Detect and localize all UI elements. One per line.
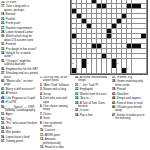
grid-cell[interactable]: 35: [77, 34, 81, 38]
clue-text: FLU294: [6, 100, 16, 104]
across-clues-column: 15. Or even17. Take a king with a queen,…: [1, 1, 38, 149]
grid-cell[interactable]: [112, 49, 116, 53]
grid-cell[interactable]: [112, 4, 116, 8]
cell-number: 24: [72, 13, 74, 15]
grid-cell[interactable]: [97, 34, 101, 38]
grid-cell[interactable]: 13: [136, 0, 140, 3]
clue-text: "Fix" what wasn't broken: [6, 121, 37, 125]
cell-number: 37: [72, 38, 74, 40]
clue-text: Like Pegasus or Cupid: [6, 96, 35, 100]
grid-cell[interactable]: [117, 49, 121, 53]
clue-item: 47. Songs to wake you in the morning: [112, 114, 149, 121]
grid-cell[interactable]: 2: [77, 0, 81, 3]
clue-text: Employed: [80, 87, 93, 91]
grid-cell[interactable]: [117, 39, 121, 43]
cell-number: 30: [72, 23, 74, 25]
clue-item: 20. At some international shops: [75, 76, 109, 83]
grid-cell[interactable]: 4: [87, 0, 91, 3]
cell-number: 46: [132, 48, 134, 50]
clue-text: Suite: [43, 116, 50, 120]
grid-cell[interactable]: [77, 39, 81, 43]
grid-cell[interactable]: [117, 34, 121, 38]
grid-cell[interactable]: [102, 59, 106, 63]
grid-cell[interactable]: [127, 54, 131, 58]
clue-text: One choice among many: [43, 104, 67, 111]
grid-cell[interactable]: 54: [87, 63, 91, 67]
grid-cell[interactable]: 5: [97, 0, 101, 3]
grid-cell[interactable]: [112, 19, 116, 23]
grid-cell[interactable]: [141, 19, 145, 23]
clue-text: Head of a tribe: [45, 145, 64, 149]
cell-number: 22: [132, 8, 134, 10]
grid-cell[interactable]: [136, 24, 140, 28]
grid-cell[interactable]: [87, 29, 91, 33]
grid-cell[interactable]: 36: [112, 34, 116, 38]
cell-number: 44: [97, 48, 99, 50]
grid-cell[interactable]: [102, 68, 106, 72]
clue-text: Alter: [6, 126, 12, 130]
cell-number: 35: [77, 33, 79, 35]
grid-cell[interactable]: 9: [117, 0, 121, 3]
cell-number: 27: [72, 18, 74, 20]
clue-text: Pieced: [117, 87, 126, 91]
cell-number: 39: [142, 38, 144, 40]
clue-text: Earned: [6, 12, 15, 16]
grid-cell[interactable]: [97, 14, 101, 18]
grid-cell[interactable]: [97, 54, 101, 58]
grid-cell[interactable]: [87, 39, 91, 43]
grid-cell[interactable]: [82, 24, 86, 28]
cell-number: 45: [127, 48, 129, 50]
grid-cell[interactable]: 22: [132, 9, 136, 13]
clue-text: Dish who eats with vigor: [43, 96, 67, 103]
clue-text: Frosted: [6, 42, 16, 46]
grid-cell[interactable]: [112, 44, 116, 48]
grid-cell[interactable]: [122, 39, 126, 43]
grid-cell[interactable]: [127, 24, 131, 28]
grid-cell[interactable]: [92, 54, 96, 58]
clue-text: Concert: [45, 128, 55, 132]
grid-cell[interactable]: [112, 9, 116, 13]
grid-cell[interactable]: [132, 14, 136, 18]
grid-cell[interactable]: [77, 54, 81, 58]
clue-text: Snaps and zippers: [117, 96, 141, 100]
grid-cell[interactable]: [132, 29, 136, 33]
cell-number: 33: [72, 28, 74, 30]
clue-item: 12. Amazon, prehistorically: [40, 138, 71, 145]
clue-item: 9. One incidental remark: [40, 122, 71, 129]
grid-cell[interactable]: [97, 63, 101, 67]
cell-number: 41: [102, 43, 104, 45]
grid-cell[interactable]: 45: [127, 49, 131, 53]
clue-text: In tune: [80, 108, 89, 112]
cell-number: 25: [82, 13, 84, 15]
grid-cell[interactable]: [82, 49, 86, 53]
grid-cell[interactable]: [102, 29, 106, 33]
grid-cell[interactable]: [92, 29, 96, 33]
grid-cell[interactable]: [82, 44, 86, 48]
grid-cell[interactable]: 6: [102, 0, 106, 3]
grid-cell[interactable]: [132, 24, 136, 28]
cell-number: 40: [72, 43, 74, 45]
grid-cell[interactable]: 53: [72, 63, 76, 67]
grid-cell[interactable]: [122, 34, 126, 38]
black-cell: [82, 63, 86, 67]
cell-number: 57: [127, 68, 129, 70]
grid-cell[interactable]: 16: [92, 4, 96, 8]
grid-cell[interactable]: 25: [82, 14, 86, 18]
clue-text: Amazon, prehistorically: [43, 137, 61, 144]
grid-cell[interactable]: [97, 68, 101, 72]
clue-text: Fresh push: [6, 21, 20, 25]
grid-cell[interactable]: [82, 34, 86, 38]
grid-cell[interactable]: 44: [97, 49, 101, 53]
grid-cell[interactable]: [117, 4, 121, 8]
grid-cell[interactable]: [102, 49, 106, 53]
clue-text: Tory: [6, 117, 11, 121]
grid-cell[interactable]: [92, 63, 96, 67]
grid-cell[interactable]: 19: [97, 9, 101, 13]
cell-number: 36: [112, 33, 114, 35]
grid-cell[interactable]: [82, 54, 86, 58]
grid-cell[interactable]: [102, 14, 106, 18]
grid-cell[interactable]: [82, 29, 86, 33]
grid-cell[interactable]: 26: [127, 14, 131, 18]
grid-cell[interactable]: [141, 63, 145, 67]
grid-cell[interactable]: [136, 34, 140, 38]
grid-cell[interactable]: 38: [107, 39, 111, 43]
grid-cell[interactable]: [141, 44, 145, 48]
down-clues-column-1: 1. Lack an exit, as an airport kiosk2. "…: [40, 76, 71, 149]
grid-cell[interactable]: 12: [132, 0, 136, 3]
grid-cell[interactable]: [87, 44, 91, 48]
grid-cell[interactable]: [107, 68, 111, 72]
grid-cell[interactable]: 47: [136, 49, 140, 53]
grid-cell[interactable]: [136, 39, 140, 43]
grid-cell[interactable]: [132, 63, 136, 67]
clue-item: 6. One choice among many: [40, 105, 71, 112]
grid-cell[interactable]: [107, 44, 111, 48]
grid-cell[interactable]: 32: [117, 24, 121, 28]
grid-cell[interactable]: 57: [127, 68, 131, 72]
grid-cell[interactable]: [77, 24, 81, 28]
grid-cell[interactable]: [132, 34, 136, 38]
crossword-grid[interactable]: 1234567891011121314151617181920212223242…: [70, 0, 148, 75]
clue-text: Marry a drill instructor?: [6, 87, 35, 91]
cell-number: 15: [72, 3, 74, 5]
grid-cell[interactable]: [141, 4, 145, 8]
grid-cell[interactable]: [141, 49, 145, 53]
clue-text: "...her" had 79: [80, 83, 98, 87]
grid-cell[interactable]: [141, 24, 145, 28]
clue-text: Vehicle for a rowed sailor?: [4, 51, 30, 58]
cell-number: 28: [87, 18, 89, 20]
grid-cell[interactable]: [77, 19, 81, 23]
grid-cell[interactable]: [122, 44, 126, 48]
grid-cell[interactable]: [92, 34, 96, 38]
cell-number: 34: [112, 28, 114, 30]
black-cell: [112, 63, 116, 67]
grid-cell[interactable]: [87, 4, 91, 8]
grid-cell[interactable]: [141, 29, 145, 33]
grid-cell[interactable]: 10: [122, 0, 126, 3]
grid-cell[interactable]: [132, 39, 136, 43]
grid-cell[interactable]: [117, 68, 121, 72]
cell-number: 20: [102, 8, 104, 10]
clue-text: Chore: [43, 112, 51, 116]
grid-cell[interactable]: [92, 9, 96, 13]
clue-text: "After Took" follower: [43, 83, 69, 87]
grid-cell[interactable]: [102, 34, 106, 38]
grid-cell[interactable]: [136, 19, 140, 23]
clue-text: War garden: [6, 130, 21, 134]
clue-item: 30. Worth which may be about 2/3 autumn …: [1, 35, 38, 42]
clue-text: Songs to wake you in the morning: [115, 113, 144, 120]
grid-cell[interactable]: [77, 49, 81, 53]
clue-item: 37. Shocking end to a period piece: [1, 72, 38, 79]
grid-cell[interactable]: 41: [102, 44, 106, 48]
cell-number: 48: [72, 53, 74, 55]
black-cell: [112, 59, 116, 63]
clue-item: 5. Dish who eats with vigor: [40, 97, 71, 104]
cell-number: 32: [117, 23, 119, 25]
grid-cell[interactable]: [141, 59, 145, 63]
grid-cell[interactable]: [122, 29, 126, 33]
grid-cell[interactable]: [117, 14, 121, 18]
grid-cell[interactable]: [112, 14, 116, 18]
grid-cell[interactable]: [97, 19, 101, 23]
grid-cell[interactable]: [87, 68, 91, 72]
grid-cell[interactable]: [141, 54, 145, 58]
grid-cell[interactable]: [107, 59, 111, 63]
cell-number: 17: [107, 3, 109, 5]
clue-item: 40. "Movie-ville," on next page: [1, 80, 38, 87]
clue-text: Game involving only three cards: [115, 79, 143, 86]
grid-cell[interactable]: [82, 68, 86, 72]
down-clues-column-2: 20. At some international shops21. "...h…: [75, 76, 109, 149]
clue-text: A Tale of Two Cities heroine: [78, 101, 105, 108]
clue-text: Lower forward Lamar: [6, 30, 33, 34]
clue-item: 34. Pay a fine: [75, 114, 109, 117]
grid-cell[interactable]: [97, 39, 101, 43]
clue-text: It'll take your breath away: [115, 105, 142, 112]
grid-cell[interactable]: [117, 44, 121, 48]
grid-cell[interactable]: [136, 14, 140, 18]
black-cell: [82, 59, 86, 63]
grid-cell[interactable]: 23: [136, 9, 140, 13]
cell-number: 52: [117, 58, 119, 60]
clue-text: Stopwatches for the GB?: [6, 67, 38, 71]
grid-cell[interactable]: [92, 39, 96, 43]
cell-number: 49: [107, 53, 109, 55]
cell-number: 23: [137, 8, 139, 10]
grid-cell[interactable]: [97, 29, 101, 33]
grid-cell[interactable]: [92, 59, 96, 63]
grid-cell[interactable]: 31: [92, 24, 96, 28]
grid-cell[interactable]: [122, 49, 126, 53]
grid-cell[interactable]: [112, 68, 116, 72]
grid-cell[interactable]: 39: [141, 39, 145, 43]
grid-cell[interactable]: [87, 34, 91, 38]
grid-cell[interactable]: [141, 14, 145, 18]
clue-text: One incidental remark: [43, 121, 62, 128]
clue-item: 57. Taming panel: [1, 140, 38, 143]
clue-text: Taming panel: [6, 139, 23, 143]
cell-number: 42: [72, 48, 74, 50]
grid-cell[interactable]: [127, 39, 131, 43]
clue-text: Shackles: [117, 92, 129, 96]
grid-cell[interactable]: [122, 63, 126, 67]
grid-cell[interactable]: [122, 4, 126, 8]
grid-cell[interactable]: 17: [107, 4, 111, 8]
clue-text: Al fresco: [6, 91, 17, 95]
grid-cell[interactable]: [136, 63, 140, 67]
grid-cell[interactable]: [132, 68, 136, 72]
grid-cell[interactable]: [87, 9, 91, 13]
grid-cell[interactable]: [141, 68, 145, 72]
grid-cell[interactable]: [107, 14, 111, 18]
grid-cell[interactable]: [117, 9, 121, 13]
clue-item: 35. "Octopus" might be called a bad one: [1, 60, 38, 67]
cell-number: 54: [87, 63, 89, 65]
clue-item: 38. Game involving only three cards: [112, 80, 149, 87]
clue-item: 50. "____ Space" — 1999 "Nobody" autobio…: [1, 106, 38, 113]
cell-number: 29: [122, 18, 124, 20]
cell-number: 26: [127, 13, 129, 15]
cell-number: 18: [77, 8, 79, 10]
grid-cell[interactable]: 20: [102, 9, 106, 13]
clue-text: Kind of letter or mail: [117, 101, 143, 105]
grid-cell[interactable]: [127, 29, 131, 33]
grid-cell[interactable]: 46: [132, 49, 136, 53]
black-cell: [102, 54, 106, 58]
grid-cell[interactable]: 11: [127, 0, 131, 3]
clue-text: "A is to...": [80, 96, 92, 100]
clue-text: Ages: [6, 112, 13, 116]
grid-cell[interactable]: [136, 68, 140, 72]
grid-cell[interactable]: [77, 59, 81, 63]
black-cell: [72, 68, 76, 72]
clue-text: Take a king with a queen, perhaps: [4, 4, 29, 11]
grid-cell[interactable]: [92, 14, 96, 18]
grid-cell[interactable]: [132, 59, 136, 63]
clue-item: 46. It'll take your breath away: [112, 106, 149, 113]
black-cell: [77, 14, 81, 18]
clue-text: Shocking end to a period piece: [4, 71, 38, 78]
grid-cell[interactable]: [82, 4, 86, 8]
clue-item: 17. Take a king with a queen, perhaps: [1, 5, 38, 12]
grid-cell[interactable]: [136, 54, 140, 58]
grid-cell[interactable]: [136, 59, 140, 63]
grid-cell[interactable]: [132, 54, 136, 58]
clue-text: "Octopus" might be called a bad one: [4, 59, 31, 66]
grid-cell[interactable]: [127, 59, 131, 63]
cell-number: 47: [137, 48, 139, 50]
grid-cell[interactable]: [97, 59, 101, 63]
clue-text: Pro dough in bar score?: [6, 47, 37, 51]
clue-text: Pay a fine: [80, 113, 93, 117]
grid-cell[interactable]: 49: [107, 54, 111, 58]
grid-cell[interactable]: 14: [141, 0, 145, 3]
grid-cell[interactable]: 8: [112, 0, 116, 3]
grid-cell[interactable]: [122, 9, 126, 13]
grid-cell[interactable]: [132, 19, 136, 23]
grid-cell[interactable]: [77, 44, 81, 48]
clue-text: At some international shops: [78, 76, 107, 82]
grid-cell[interactable]: 15: [72, 4, 76, 8]
grid-cell[interactable]: [107, 9, 111, 13]
grid-cell[interactable]: [112, 39, 116, 43]
clue-text: Nation with a king: [43, 87, 66, 91]
grid-cell[interactable]: [92, 68, 96, 72]
grid-cell[interactable]: 18: [77, 9, 81, 13]
down-clues-column-3: 37. In brine, e.g.38. Game involving onl…: [112, 76, 149, 149]
grid-cell[interactable]: [122, 24, 126, 28]
clue-text: Routine requirement: [6, 26, 32, 30]
grid-cell[interactable]: [107, 19, 111, 23]
grid-cell[interactable]: [141, 9, 145, 13]
grid-cell[interactable]: [87, 49, 91, 53]
cell-number: 43: [92, 48, 94, 50]
black-cell: [87, 24, 91, 28]
clue-text: ARRR point: [45, 133, 60, 137]
black-cell: [122, 68, 126, 72]
clue-text: "Movie-ville," on next page: [4, 79, 33, 86]
cell-number: 56: [77, 68, 79, 70]
cell-number: 55: [117, 63, 119, 65]
cell-number: 50: [72, 58, 74, 60]
grid-cell[interactable]: [122, 54, 126, 58]
clue-text: "____ Space" — 1999 "Nobody" autobiograp…: [4, 105, 35, 112]
grid-cell[interactable]: [107, 24, 111, 28]
grid-cell[interactable]: 29: [122, 19, 126, 23]
clue-text: Weeks from the start: [80, 92, 107, 96]
grid-cell[interactable]: [122, 59, 126, 63]
clue-item: 34. Vehicle for a rowed sailor?: [1, 52, 38, 59]
grid-cell[interactable]: [82, 39, 86, 43]
grid-cell[interactable]: 56: [77, 68, 81, 72]
cell-number: 16: [92, 3, 94, 5]
clue-text: Worth which may be about 2/3 autumn unit…: [4, 34, 33, 41]
grid-cell[interactable]: [117, 29, 121, 33]
grid-cell[interactable]: [127, 19, 131, 23]
grid-cell[interactable]: 28: [87, 19, 91, 23]
cell-number: 19: [97, 8, 99, 10]
clue-text: Foolish: [6, 17, 15, 21]
clue-text: Lack an exit, as an airport kiosk: [43, 76, 67, 82]
grid-cell[interactable]: [102, 24, 106, 28]
cell-number: 31: [92, 23, 94, 25]
grid-cell[interactable]: 55: [117, 63, 121, 67]
grid-cell[interactable]: [107, 63, 111, 67]
grid-cell[interactable]: 33: [72, 29, 76, 33]
clue-text: Leprechaun's land: [6, 135, 30, 139]
grid-cell[interactable]: [136, 29, 140, 33]
clue-item: 29. A Tale of Two Cities heroine: [75, 102, 109, 109]
grid-cell[interactable]: 43: [92, 49, 96, 53]
grid-cell[interactable]: [97, 24, 101, 28]
cell-number: 51: [87, 58, 89, 60]
grid-cell[interactable]: [112, 54, 116, 58]
grid-cell[interactable]: [102, 63, 106, 67]
clue-text: Scrap: [43, 92, 51, 96]
grid-cell[interactable]: [102, 19, 106, 23]
clue-item: 13. Head of a tribe: [40, 146, 71, 149]
cell-number: 21: [127, 8, 129, 10]
grid-cell[interactable]: [127, 34, 131, 38]
clue-item: 1. Lack an exit, as an airport kiosk: [40, 76, 71, 83]
grid-cell[interactable]: 3: [82, 0, 86, 3]
